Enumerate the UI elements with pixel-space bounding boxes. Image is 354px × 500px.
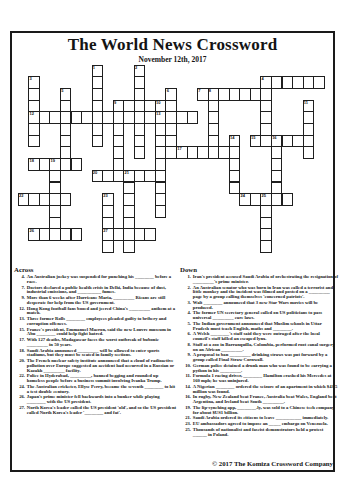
cell-number: 24 [241, 194, 245, 198]
grid-cell[interactable] [303, 146, 315, 159]
across-clue-list: 4.An Australian jockey was suspended for… [14, 275, 177, 416]
clue-text: The former UN secretary general called o… [193, 311, 338, 321]
page-subtitle: November 12th, 2017 [10, 55, 335, 64]
clue-text: Iran's president accused Saudi Arabia of… [193, 275, 338, 285]
grid-cell[interactable] [134, 146, 146, 159]
cell-number: 16 [272, 136, 276, 140]
grid-cell[interactable] [60, 193, 72, 206]
clue-text: With 127 deaths, Madagascar faces the wo… [27, 338, 177, 348]
clue: 9.More than 6 weeks after Hurricane Mari… [14, 296, 177, 306]
clue-number: 10. [180, 364, 193, 374]
cell-number: 2 [135, 66, 137, 70]
clue: 12.Hong Kong football fans booed and jee… [14, 307, 177, 317]
cell-number: 4 [262, 77, 264, 81]
clue-number: 3. [180, 301, 193, 311]
clue-number: 24. [14, 385, 27, 395]
cell-number: 19 [51, 159, 55, 163]
cell-number: 23 [103, 194, 107, 198]
clue-number: 7. [14, 286, 27, 296]
grid-cell[interactable] [71, 228, 83, 241]
clue-text: More than 6 weeks after Hurricane Maria,… [27, 296, 177, 306]
clue-number: 4. [14, 275, 27, 285]
cell-number: 25 [262, 194, 266, 198]
clue-number: 18. [14, 349, 27, 359]
clue-number: 27. [14, 406, 27, 416]
down-clues-section: Down 1.Iran's president accused Saudi Ar… [180, 266, 338, 438]
clue-text: Staff at a zoo in Barranquilla, Colombia… [193, 343, 338, 353]
clue-text: The Indian government announced that Mus… [193, 322, 338, 332]
clue-number: 1. [180, 275, 193, 285]
clue-number: 14. [180, 385, 193, 395]
clue-text: The lip-synching app, ________.ly, was s… [193, 406, 338, 416]
grid-cell[interactable] [102, 240, 114, 253]
clue-text: Three former Rolls ________ employees pl… [27, 317, 177, 327]
clue-text: An Australian senator who was born in Ir… [193, 286, 338, 301]
footer-copyright: © 2017 The Komiza Crossword Company [212, 460, 333, 467]
clue: 14.A Nigerian ________ ordered the seizu… [180, 385, 338, 395]
clue-number: 19. [180, 406, 193, 416]
clue-number: 22. [14, 374, 27, 384]
clue-number: 12. [14, 307, 27, 317]
clue: 18.Saudi Arabia announced _________ will… [14, 349, 177, 359]
clue-number: 16. [180, 395, 193, 405]
grid-cell[interactable] [187, 111, 199, 124]
clue-number: 25. [180, 428, 193, 438]
cell-number: 26 [30, 229, 34, 233]
clue-text: Thousands of nationalist and fascist dem… [193, 428, 338, 438]
cell-number: 11 [304, 101, 308, 105]
clue-text: France's president, Emmanuel Macron, sai… [27, 328, 177, 338]
grid-cell[interactable] [282, 193, 294, 206]
clue-text: In rugby, New Zealand beat France, Austr… [193, 395, 338, 405]
clue: 22.Police in Hyderabad, _________, banne… [14, 374, 177, 384]
clue-number: 11. [180, 374, 193, 384]
cell-number: 12 [30, 112, 34, 116]
cell-number: 8 [209, 89, 211, 93]
clue-text: The Australian cricketer, Ellyse Perry, … [27, 385, 177, 395]
crossword-page: { "game": "crossword", "title": "The Wor… [0, 0, 354, 500]
clue: 26.Japan's prime minister fell backwards… [14, 395, 177, 405]
cell-number: 27 [103, 229, 107, 233]
clue-number: 15. [14, 328, 27, 338]
grid-cell[interactable] [260, 240, 272, 253]
clue-text: Saudi Arabia announced _________ will be… [27, 349, 177, 359]
clue-text: A Welsh ________'s staff said they were … [193, 332, 338, 342]
clue-number: 5. [180, 322, 193, 332]
clue: 19.The lip-synching app, ________.ly, wa… [180, 406, 338, 416]
grid-cell[interactable] [92, 135, 104, 148]
clue: 17.With 127 deaths, Madagascar faces the… [14, 338, 177, 348]
clue-text: Hong Kong football fans booed and jeered… [27, 307, 177, 317]
clue-number: 9. [180, 353, 193, 363]
clue: 9.A proposal to ban _________ drinking s… [180, 353, 338, 363]
clue-text: North Korea's leader called the US presi… [27, 406, 177, 416]
clue-text: The French nuclear safety institute anno… [27, 359, 177, 374]
clue: 13.Three former Rolls ________ employees… [14, 317, 177, 327]
clue-number: 17. [14, 338, 27, 348]
clue-text: German police detained a drunk man who w… [193, 364, 338, 374]
down-clue-list: 1.Iran's president accused Saudi Arabia … [180, 275, 338, 437]
clue: 20.The French nuclear safety institute a… [14, 359, 177, 374]
cell-number: 1 [93, 66, 95, 70]
grid-cell[interactable] [144, 228, 156, 241]
clue-text: A Nigerian ________ ordered the seizure … [193, 385, 338, 395]
clue-number: 6. [180, 332, 193, 342]
clue-number: 26. [14, 395, 27, 405]
clue: 3.Walt ________ announced that 3 new Sta… [180, 301, 338, 311]
clue-text: Doctors declared a public health crisis … [27, 286, 177, 296]
grid-cell[interactable] [123, 240, 135, 253]
clue: 15.France's president, Emmanuel Macron, … [14, 328, 177, 338]
clue: 7.Doctors declared a public health crisi… [14, 286, 177, 296]
grid-cell[interactable] [155, 205, 167, 218]
cell-number: 7 [198, 89, 200, 93]
clue-number: 13. [14, 317, 27, 327]
clue: 2.An Australian senator who was born in … [180, 286, 338, 301]
clue: 5.The Indian government announced that M… [180, 322, 338, 332]
clue: 10.German police detained a drunk man wh… [180, 364, 338, 374]
grid-cell[interactable] [313, 76, 325, 89]
clue-text: Walt ________ announced that 3 new Star … [193, 301, 338, 311]
clue: 16.In rugby, New Zealand beat France, Au… [180, 395, 338, 405]
clue-text: An Australian jockey was suspended for p… [27, 275, 177, 285]
clue: 4.The former UN secretary general called… [180, 311, 338, 321]
clue-text: Police in Hyderabad, _________, banned b… [27, 374, 177, 384]
clue-text: A proposal to ban _________ drinking str… [193, 353, 338, 363]
clue: 4.An Australian jockey was suspended for… [14, 275, 177, 285]
clue-text: Japan's prime minister fell backwards in… [27, 395, 177, 405]
across-heading: Across [14, 266, 177, 274]
cell-number: 15 [251, 136, 255, 140]
down-heading: Down [180, 266, 338, 274]
crossword-grid: 1234567891011121314151617181920212223242… [18, 65, 325, 254]
cell-number: 17 [177, 147, 181, 151]
cell-number: 22 [19, 194, 23, 198]
cell-number: 10 [156, 101, 160, 105]
cell-number: 18 [30, 159, 34, 163]
cell-number: 13 [156, 112, 160, 116]
grid-cell[interactable] [28, 135, 40, 148]
across-clues-section: Across 4.An Australian jockey was suspen… [14, 266, 177, 416]
clue-number: 4. [180, 311, 193, 321]
cell-number: 3 [30, 77, 32, 81]
clue: 25.Thousands of nationalist and fascist … [180, 428, 338, 438]
cell-number: 14 [230, 136, 234, 140]
cell-number: 20 [93, 171, 97, 175]
cell-number: 5 [61, 89, 63, 93]
clue: 8.Staff at a zoo in Barranquilla, Colomb… [180, 343, 338, 353]
cell-number: 9 [114, 101, 116, 105]
clue-text: Formula 1 racing driver, ________ Hamilt… [193, 374, 338, 384]
clue: 24.The Australian cricketer, Ellyse Perr… [14, 385, 177, 395]
clue-number: 2. [180, 286, 193, 301]
grid-cell[interactable] [71, 158, 83, 171]
clue-number: 9. [14, 296, 27, 306]
cell-number: 6 [167, 89, 169, 93]
clue: 1.Iran's president accused Saudi Arabia … [180, 275, 338, 285]
page-title: The World News Crossword [10, 35, 335, 55]
clue-number: 8. [180, 343, 193, 353]
clue-number: 20. [14, 359, 27, 374]
cell-number: 21 [124, 171, 128, 175]
clue: 27.North Korea's leader called the US pr… [14, 406, 177, 416]
clue: 11.Formula 1 racing driver, ________ Ham… [180, 374, 338, 384]
clue: 6.A Welsh ________'s staff said they wer… [180, 332, 338, 342]
